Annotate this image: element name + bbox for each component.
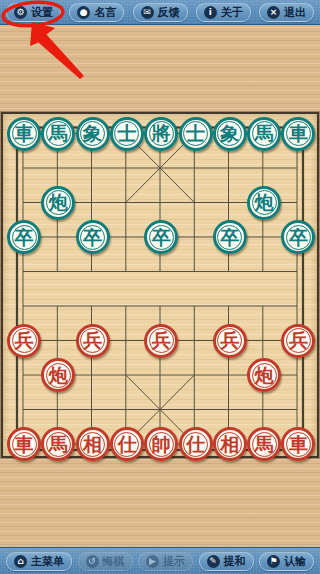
- piece-character: 兵: [152, 331, 171, 350]
- feedback-button[interactable]: ✉ 反馈: [133, 3, 188, 22]
- piece-character: 士: [186, 124, 205, 143]
- resign-button-label: 认输: [284, 554, 306, 569]
- piece-character: 兵: [220, 331, 239, 350]
- piece-black-卒[interactable]: 卒: [76, 220, 110, 254]
- piece-character: 卒: [220, 227, 239, 246]
- offer-draw-button[interactable]: ✎ 提和: [199, 552, 254, 571]
- piece-black-象[interactable]: 象: [213, 117, 247, 151]
- flag-icon: ⚑: [267, 555, 280, 568]
- piece-black-卒[interactable]: 卒: [7, 220, 41, 254]
- piece-character: 馬: [255, 434, 274, 453]
- piece-black-象[interactable]: 象: [76, 117, 110, 151]
- hint-icon: ▶: [146, 555, 159, 568]
- piece-black-馬[interactable]: 馬: [247, 117, 281, 151]
- piece-character: 馬: [255, 124, 274, 143]
- pencil-icon: ✎: [207, 555, 220, 568]
- about-button[interactable]: i 关于: [196, 3, 251, 22]
- speech-bubble-icon: ●: [77, 6, 90, 19]
- main-menu-button-label: 主菜单: [31, 554, 64, 569]
- piece-red-兵[interactable]: 兵: [76, 324, 110, 358]
- piece-character: 馬: [49, 434, 68, 453]
- piece-red-仕[interactable]: 仕: [110, 427, 144, 461]
- bottom-toolbar: ⌂ 主菜单 ↺ 悔棋 ▶ 提示 ✎ 提和 ⚑ 认输: [0, 547, 320, 574]
- piece-red-兵[interactable]: 兵: [213, 324, 247, 358]
- exit-button[interactable]: × 退出: [259, 3, 314, 22]
- settings-button[interactable]: ⚙ 设置: [6, 3, 61, 22]
- piece-character: 卒: [15, 227, 34, 246]
- piece-black-卒[interactable]: 卒: [213, 220, 247, 254]
- home-icon: ⌂: [14, 555, 27, 568]
- piece-character: 炮: [255, 193, 274, 212]
- piece-red-帥[interactable]: 帥: [144, 427, 178, 461]
- piece-red-馬[interactable]: 馬: [247, 427, 281, 461]
- close-icon: ×: [267, 6, 280, 19]
- piece-black-炮[interactable]: 炮: [247, 186, 281, 220]
- piece-black-車[interactable]: 車: [7, 117, 41, 151]
- top-toolbar: ⚙ 设置 ● 名言 ✉ 反馈 i 关于 × 退出: [0, 0, 320, 25]
- main-menu-button[interactable]: ⌂ 主菜单: [6, 552, 72, 571]
- piece-character: 相: [220, 434, 239, 453]
- piece-character: 兵: [15, 331, 34, 350]
- undo-icon: ↺: [86, 555, 99, 568]
- piece-black-將[interactable]: 將: [144, 117, 178, 151]
- piece-character: 仕: [186, 434, 205, 453]
- piece-black-車[interactable]: 車: [281, 117, 315, 151]
- piece-red-兵[interactable]: 兵: [7, 324, 41, 358]
- hint-button-label: 提示: [163, 554, 185, 569]
- offer-draw-button-label: 提和: [224, 554, 246, 569]
- xiangqi-board[interactable]: 車馬象士將士象馬車炮炮卒卒卒卒卒兵兵兵兵兵炮炮車馬相仕帥仕相馬車: [1, 112, 319, 458]
- piece-character: 兵: [289, 331, 308, 350]
- piece-character: 卒: [289, 227, 308, 246]
- xiangqi-app-screen: ⚙ 设置 ● 名言 ✉ 反馈 i 关于 × 退出: [0, 0, 320, 574]
- piece-character: 車: [15, 124, 34, 143]
- undo-move-button[interactable]: ↺ 悔棋: [78, 552, 133, 571]
- piece-character: 象: [83, 124, 102, 143]
- exit-button-label: 退出: [284, 5, 306, 20]
- piece-black-馬[interactable]: 馬: [41, 117, 75, 151]
- piece-character: 相: [83, 434, 102, 453]
- piece-red-兵[interactable]: 兵: [144, 324, 178, 358]
- piece-black-卒[interactable]: 卒: [144, 220, 178, 254]
- piece-red-仕[interactable]: 仕: [179, 427, 213, 461]
- hint-button[interactable]: ▶ 提示: [138, 552, 193, 571]
- feedback-button-label: 反馈: [158, 5, 180, 20]
- undo-move-button-label: 悔棋: [103, 554, 125, 569]
- gear-icon: ⚙: [14, 6, 27, 19]
- piece-character: 車: [289, 434, 308, 453]
- piece-red-兵[interactable]: 兵: [281, 324, 315, 358]
- resign-button[interactable]: ⚑ 认输: [259, 552, 314, 571]
- piece-character: 馬: [49, 124, 68, 143]
- piece-character: 士: [117, 124, 136, 143]
- board-grid: [3, 114, 317, 456]
- envelope-icon: ✉: [141, 6, 154, 19]
- quotes-button[interactable]: ● 名言: [69, 3, 124, 22]
- settings-button-label: 设置: [31, 5, 53, 20]
- piece-character: 仕: [117, 434, 136, 453]
- info-icon: i: [204, 6, 217, 19]
- piece-black-士[interactable]: 士: [179, 117, 213, 151]
- piece-character: 兵: [83, 331, 102, 350]
- piece-character: 帥: [152, 434, 171, 453]
- piece-character: 車: [289, 124, 308, 143]
- piece-red-相[interactable]: 相: [76, 427, 110, 461]
- piece-character: 炮: [255, 365, 274, 384]
- piece-black-炮[interactable]: 炮: [41, 186, 75, 220]
- piece-character: 象: [220, 124, 239, 143]
- piece-character: 將: [152, 124, 171, 143]
- piece-red-相[interactable]: 相: [213, 427, 247, 461]
- piece-red-車[interactable]: 車: [7, 427, 41, 461]
- piece-character: 卒: [152, 227, 171, 246]
- piece-character: 卒: [83, 227, 102, 246]
- piece-character: 炮: [49, 365, 68, 384]
- piece-character: 炮: [49, 193, 68, 212]
- piece-red-炮[interactable]: 炮: [247, 358, 281, 392]
- quotes-button-label: 名言: [94, 5, 116, 20]
- piece-character: 車: [15, 434, 34, 453]
- piece-black-士[interactable]: 士: [110, 117, 144, 151]
- about-button-label: 关于: [221, 5, 243, 20]
